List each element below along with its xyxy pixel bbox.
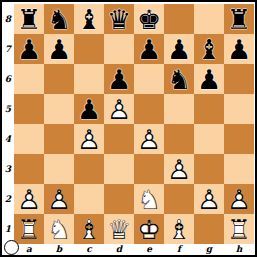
piece-white-knight-fill: ♞ [134, 184, 164, 214]
square-h7[interactable]: ♟ [224, 34, 254, 64]
square-e3[interactable] [134, 154, 164, 184]
square-e8[interactable]: ♚ [134, 4, 164, 34]
chess-board: ♜♞♝♛♚♜♟♟♟♟♝♟♟♞♟♟♟♙♟♙♟♙♟♙♟♙♟♙♞♘♟♙♟♙♜♖♞♘♝♗… [14, 4, 254, 244]
square-e6[interactable] [134, 64, 164, 94]
square-c4[interactable]: ♟♙ [74, 124, 104, 154]
square-b3[interactable] [44, 154, 74, 184]
square-f2[interactable] [164, 184, 194, 214]
piece-white-knight: ♘ [44, 214, 74, 244]
piece-white-pawn-fill: ♟ [14, 184, 44, 214]
square-h4[interactable] [224, 124, 254, 154]
square-f1[interactable]: ♝♗ [164, 214, 194, 244]
piece-black-pawn: ♟ [194, 64, 224, 94]
square-g4[interactable] [194, 124, 224, 154]
rank-label-3: 3 [2, 154, 14, 184]
square-d4[interactable] [104, 124, 134, 154]
square-d5[interactable]: ♟♙ [104, 94, 134, 124]
square-h2[interactable]: ♟♙ [224, 184, 254, 214]
square-c1[interactable]: ♝♗ [74, 214, 104, 244]
piece-black-bishop: ♝ [194, 34, 224, 64]
piece-white-rook-fill: ♜ [224, 214, 254, 244]
piece-white-king-fill: ♚ [134, 214, 164, 244]
square-h6[interactable] [224, 64, 254, 94]
piece-black-rook: ♜ [224, 4, 254, 34]
piece-white-bishop-fill: ♝ [74, 214, 104, 244]
square-c3[interactable] [74, 154, 104, 184]
square-e5[interactable] [134, 94, 164, 124]
square-c7[interactable] [74, 34, 104, 64]
rank-label-2: 2 [2, 184, 14, 214]
square-f7[interactable]: ♟ [164, 34, 194, 64]
square-h8[interactable]: ♜ [224, 4, 254, 34]
piece-white-queen-fill: ♛ [104, 214, 134, 244]
piece-white-bishop: ♗ [74, 214, 104, 244]
square-d1[interactable]: ♛♕ [104, 214, 134, 244]
piece-white-king: ♔ [134, 214, 164, 244]
piece-white-knight-fill: ♞ [44, 214, 74, 244]
piece-white-queen: ♕ [104, 214, 134, 244]
file-label-h: h [224, 244, 254, 255]
piece-white-pawn: ♙ [224, 184, 254, 214]
square-g6[interactable]: ♟ [194, 64, 224, 94]
piece-white-pawn: ♙ [104, 94, 134, 124]
rank-label-4: 4 [2, 124, 14, 154]
square-c2[interactable] [74, 184, 104, 214]
square-b6[interactable] [44, 64, 74, 94]
square-c5[interactable]: ♟ [74, 94, 104, 124]
piece-black-queen: ♛ [104, 4, 134, 34]
square-e4[interactable]: ♟♙ [134, 124, 164, 154]
file-label-c: c [74, 244, 104, 255]
file-label-f: f [164, 244, 194, 255]
piece-white-pawn-fill: ♟ [164, 154, 194, 184]
file-label-b: b [44, 244, 74, 255]
piece-white-pawn-fill: ♟ [104, 94, 134, 124]
piece-white-pawn: ♙ [134, 124, 164, 154]
piece-black-pawn: ♟ [164, 34, 194, 64]
square-g7[interactable]: ♝ [194, 34, 224, 64]
piece-white-rook-fill: ♜ [14, 214, 44, 244]
piece-white-bishop-fill: ♝ [164, 214, 194, 244]
square-e1[interactable]: ♚♔ [134, 214, 164, 244]
square-a2[interactable]: ♟♙ [14, 184, 44, 214]
square-f6[interactable]: ♞ [164, 64, 194, 94]
square-a1[interactable]: ♜♖ [14, 214, 44, 244]
piece-white-rook: ♖ [14, 214, 44, 244]
square-g5[interactable] [194, 94, 224, 124]
piece-white-pawn-fill: ♟ [74, 124, 104, 154]
piece-white-pawn: ♙ [164, 154, 194, 184]
piece-white-knight: ♘ [134, 184, 164, 214]
square-c8[interactable]: ♝ [74, 4, 104, 34]
square-d2[interactable] [104, 184, 134, 214]
rank-label-8: 8 [2, 4, 14, 34]
square-h5[interactable] [224, 94, 254, 124]
piece-black-pawn: ♟ [134, 34, 164, 64]
piece-white-pawn: ♙ [44, 184, 74, 214]
file-label-e: e [134, 244, 164, 255]
square-b4[interactable] [44, 124, 74, 154]
piece-black-pawn: ♟ [44, 34, 74, 64]
file-label-g: g [194, 244, 224, 255]
square-c6[interactable] [74, 64, 104, 94]
square-a4[interactable] [14, 124, 44, 154]
square-f3[interactable]: ♟♙ [164, 154, 194, 184]
square-d3[interactable] [104, 154, 134, 184]
piece-black-pawn: ♟ [74, 94, 104, 124]
rank-label-5: 5 [2, 94, 14, 124]
square-d6[interactable]: ♟ [104, 64, 134, 94]
piece-white-pawn: ♙ [14, 184, 44, 214]
square-e2[interactable]: ♞♘ [134, 184, 164, 214]
rank-label-6: 6 [2, 64, 14, 94]
square-d7[interactable] [104, 34, 134, 64]
piece-white-pawn-fill: ♟ [194, 184, 224, 214]
piece-black-pawn: ♟ [104, 64, 134, 94]
piece-black-pawn: ♟ [14, 34, 44, 64]
square-b1[interactable]: ♞♘ [44, 214, 74, 244]
square-a7[interactable]: ♟ [14, 34, 44, 64]
square-a8[interactable]: ♜ [14, 4, 44, 34]
piece-white-pawn: ♙ [74, 124, 104, 154]
square-g8[interactable] [194, 4, 224, 34]
square-b5[interactable] [44, 94, 74, 124]
square-e7[interactable]: ♟ [134, 34, 164, 64]
square-g3[interactable] [194, 154, 224, 184]
square-b8[interactable]: ♞ [44, 4, 74, 34]
square-a5[interactable] [14, 94, 44, 124]
piece-white-rook: ♖ [224, 214, 254, 244]
square-b7[interactable]: ♟ [44, 34, 74, 64]
white-to-move-indicator-icon [4, 240, 19, 255]
piece-black-pawn: ♟ [224, 34, 254, 64]
square-d8[interactable]: ♛ [104, 4, 134, 34]
piece-black-knight: ♞ [164, 64, 194, 94]
piece-black-king: ♚ [134, 4, 164, 34]
square-f4[interactable] [164, 124, 194, 154]
rank-label-7: 7 [2, 34, 14, 64]
square-f5[interactable] [164, 94, 194, 124]
piece-white-pawn: ♙ [194, 184, 224, 214]
square-h3[interactable] [224, 154, 254, 184]
file-label-d: d [104, 244, 134, 255]
piece-black-rook: ♜ [14, 4, 44, 34]
square-a3[interactable] [14, 154, 44, 184]
square-f8[interactable] [164, 4, 194, 34]
square-a6[interactable] [14, 64, 44, 94]
piece-black-bishop: ♝ [74, 4, 104, 34]
square-h1[interactable]: ♜♖ [224, 214, 254, 244]
piece-white-bishop: ♗ [164, 214, 194, 244]
piece-white-pawn-fill: ♟ [44, 184, 74, 214]
square-b2[interactable]: ♟♙ [44, 184, 74, 214]
piece-white-pawn-fill: ♟ [224, 184, 254, 214]
square-g2[interactable]: ♟♙ [194, 184, 224, 214]
chess-diagram: ♜♞♝♛♚♜♟♟♟♟♝♟♟♞♟♟♟♙♟♙♟♙♟♙♟♙♟♙♞♘♟♙♟♙♜♖♞♘♝♗… [0, 0, 257, 257]
piece-black-knight: ♞ [44, 4, 74, 34]
square-g1[interactable] [194, 214, 224, 244]
piece-white-pawn-fill: ♟ [134, 124, 164, 154]
